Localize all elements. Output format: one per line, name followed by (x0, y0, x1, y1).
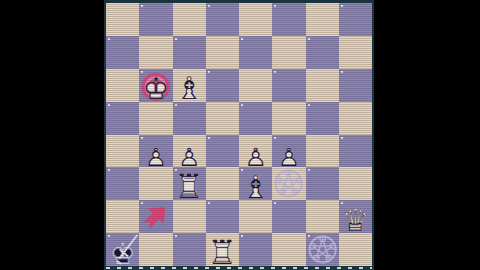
square-f8[interactable] (272, 3, 305, 36)
square-c6[interactable]: ♝♗ (173, 69, 206, 102)
magic-circle-marker-icon (306, 233, 339, 266)
pawn-glyph-line: ♙ (173, 135, 206, 170)
square-f5[interactable] (272, 102, 305, 135)
square-g2[interactable] (306, 200, 339, 233)
square-f7[interactable] (272, 36, 305, 69)
white-bishop-c6[interactable]: ♝♗ (173, 69, 206, 102)
white-pawn-e4[interactable]: ♟♙ (239, 135, 272, 168)
square-b3[interactable] (139, 167, 172, 200)
white-bishop-e3[interactable]: ♝♗ (239, 167, 272, 200)
white-pawn-c4[interactable]: ♟♙ (173, 135, 206, 168)
square-h6[interactable] (339, 69, 372, 102)
square-g3[interactable] (306, 167, 339, 200)
king-glyph-line: ♔ (139, 69, 172, 104)
square-f2[interactable] (272, 200, 305, 233)
square-b1[interactable] (139, 233, 172, 266)
square-a3[interactable] (106, 167, 139, 200)
square-e2[interactable] (239, 200, 272, 233)
square-e8[interactable] (239, 3, 272, 36)
rook-glyph-fill: ♜ (206, 233, 239, 268)
queen-glyph-line: ♕ (339, 200, 372, 235)
square-g8[interactable] (306, 3, 339, 36)
white-pawn-b4[interactable]: ♟♙ (139, 135, 172, 168)
square-d5[interactable] (206, 102, 239, 135)
pawn-glyph-fill: ♟ (139, 135, 172, 170)
square-d3[interactable] (206, 167, 239, 200)
square-h5[interactable] (339, 102, 372, 135)
pawn-glyph-line: ♙ (239, 135, 272, 170)
square-g6[interactable] (306, 69, 339, 102)
square-c3[interactable]: ♜♖ (173, 167, 206, 200)
square-b5[interactable] (139, 102, 172, 135)
square-h3[interactable] (339, 167, 372, 200)
square-d4[interactable] (206, 135, 239, 168)
rook-glyph-fill: ♜ (173, 167, 206, 202)
hint-arrow-ne-icon (139, 200, 172, 233)
square-g4[interactable] (306, 135, 339, 168)
square-d1[interactable]: ♜♖ (206, 233, 239, 266)
pawn-glyph-line: ♙ (139, 135, 172, 170)
king-glyph-line: ♔ (106, 233, 139, 268)
square-h7[interactable] (339, 36, 372, 69)
white-queen-h2[interactable]: ♛♕ (339, 200, 372, 233)
square-d2[interactable] (206, 200, 239, 233)
black-king-a1[interactable]: ♚♔ (106, 233, 139, 266)
bishop-glyph-line: ♗ (173, 69, 206, 104)
square-e6[interactable] (239, 69, 272, 102)
square-e3[interactable]: ♝♗ (239, 167, 272, 200)
king-glyph-fill: ♚ (139, 69, 172, 104)
square-f6[interactable] (272, 69, 305, 102)
square-d7[interactable] (206, 36, 239, 69)
bishop-glyph-fill: ♝ (239, 167, 272, 202)
white-rook-d1[interactable]: ♜♖ (206, 233, 239, 266)
square-e4[interactable]: ♟♙ (239, 135, 272, 168)
square-b7[interactable] (139, 36, 172, 69)
square-g5[interactable] (306, 102, 339, 135)
pawn-glyph-line: ♙ (272, 135, 305, 170)
square-c2[interactable] (173, 200, 206, 233)
white-rook-c3[interactable]: ♜♖ (173, 167, 206, 200)
king-glyph-fill: ♚ (106, 233, 139, 268)
square-d6[interactable] (206, 69, 239, 102)
square-d8[interactable] (206, 3, 239, 36)
square-e1[interactable] (239, 233, 272, 266)
square-a7[interactable] (106, 36, 139, 69)
square-b2[interactable] (139, 200, 172, 233)
queen-glyph-fill: ♛ (339, 200, 372, 235)
square-c4[interactable]: ♟♙ (173, 135, 206, 168)
pawn-glyph-fill: ♟ (239, 135, 272, 170)
white-pawn-f4[interactable]: ♟♙ (272, 135, 305, 168)
square-a5[interactable] (106, 102, 139, 135)
square-a6[interactable] (106, 69, 139, 102)
square-c1[interactable] (173, 233, 206, 266)
square-h8[interactable] (339, 3, 372, 36)
rook-glyph-line: ♖ (173, 167, 206, 202)
pawn-glyph-fill: ♟ (173, 135, 206, 170)
square-g7[interactable] (306, 36, 339, 69)
bishop-glyph-fill: ♝ (173, 69, 206, 104)
square-a4[interactable] (106, 135, 139, 168)
square-a2[interactable] (106, 200, 139, 233)
square-h4[interactable] (339, 135, 372, 168)
chess-board-frame: ♚♔♝♗♟♙♟♙♟♙♟♙♜♖♝♗♛♕♚♔♜♖ (104, 0, 374, 270)
chess-board: ♚♔♝♗♟♙♟♙♟♙♟♙♜♖♝♗♛♕♚♔♜♖ (106, 3, 372, 266)
square-b6[interactable]: ♚♔ (139, 69, 172, 102)
square-f4[interactable]: ♟♙ (272, 135, 305, 168)
square-f1[interactable] (272, 233, 305, 266)
square-g1[interactable] (306, 233, 339, 266)
square-b8[interactable] (139, 3, 172, 36)
square-b4[interactable]: ♟♙ (139, 135, 172, 168)
white-king-b6[interactable]: ♚♔ (139, 69, 172, 102)
square-c5[interactable] (173, 102, 206, 135)
square-h1[interactable] (339, 233, 372, 266)
magic-circle-marker-icon (272, 167, 305, 200)
square-e7[interactable] (239, 36, 272, 69)
square-a8[interactable] (106, 3, 139, 36)
square-f3[interactable] (272, 167, 305, 200)
square-c8[interactable] (173, 3, 206, 36)
pawn-glyph-fill: ♟ (272, 135, 305, 170)
bishop-glyph-line: ♗ (239, 167, 272, 202)
rook-glyph-line: ♖ (206, 233, 239, 268)
square-c7[interactable] (173, 36, 206, 69)
game-screen: ♚♔♝♗♟♙♟♙♟♙♟♙♜♖♝♗♛♕♚♔♜♖ (0, 0, 480, 270)
square-h2[interactable]: ♛♕ (339, 200, 372, 233)
cutoff-coordinate-dashes (106, 267, 372, 269)
square-a1[interactable]: ♚♔ (106, 233, 139, 266)
square-e5[interactable] (239, 102, 272, 135)
